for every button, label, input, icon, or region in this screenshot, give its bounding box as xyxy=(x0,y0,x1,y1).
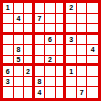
cell-r8c2[interactable] xyxy=(14,77,25,88)
cell-r5c2: 8 xyxy=(14,45,25,56)
cell-r4c6[interactable] xyxy=(56,35,67,46)
cell-r9c3[interactable] xyxy=(24,87,35,98)
cell-r6c9[interactable] xyxy=(87,56,98,67)
cell-r2c5[interactable] xyxy=(45,14,56,25)
cell-r9c9[interactable] xyxy=(87,87,98,98)
cell-r2c7[interactable] xyxy=(66,14,77,25)
cell-r4c1[interactable] xyxy=(3,35,14,46)
cell-r8c1: 3 xyxy=(3,77,14,88)
cell-r9c2[interactable] xyxy=(14,87,25,98)
cell-r2c9[interactable] xyxy=(87,14,98,25)
cell-r2c2: 4 xyxy=(14,14,25,25)
cell-r7c2[interactable] xyxy=(14,66,25,77)
cell-r5c9: 4 xyxy=(87,45,98,56)
cell-r5c6[interactable] xyxy=(56,45,67,56)
cell-r4c3[interactable] xyxy=(24,35,35,46)
cell-r1c5[interactable] xyxy=(45,3,56,14)
cell-r8c8[interactable] xyxy=(77,77,88,88)
cell-r5c3[interactable] xyxy=(24,45,35,56)
cell-r4c8[interactable] xyxy=(77,35,88,46)
cell-r9c8: 7 xyxy=(77,87,88,98)
cell-r6c7[interactable] xyxy=(66,56,77,67)
cell-r5c1[interactable] xyxy=(3,45,14,56)
cell-r4c4[interactable] xyxy=(35,35,46,46)
cell-r5c7[interactable] xyxy=(66,45,77,56)
cell-r7c7: 1 xyxy=(66,66,77,77)
cell-r6c3[interactable] xyxy=(24,56,35,67)
cell-r2c6[interactable] xyxy=(56,14,67,25)
cell-r2c8[interactable] xyxy=(77,14,88,25)
cell-r7c1: 6 xyxy=(3,66,14,77)
cell-r6c8[interactable] xyxy=(77,56,88,67)
cell-r9c6[interactable] xyxy=(56,87,67,98)
cell-r6c6[interactable] xyxy=(56,56,67,67)
cell-r5c8[interactable] xyxy=(77,45,88,56)
cell-r9c5[interactable] xyxy=(45,87,56,98)
cell-r3c6[interactable] xyxy=(56,24,67,35)
cell-r7c9[interactable] xyxy=(87,66,98,77)
cell-r3c7[interactable] xyxy=(66,24,77,35)
cell-r4c2[interactable] xyxy=(14,35,25,46)
cell-r4c7: 3 xyxy=(66,35,77,46)
cell-r5c5[interactable] xyxy=(45,45,56,56)
cell-r3c9[interactable] xyxy=(87,24,98,35)
cell-r3c3[interactable] xyxy=(24,24,35,35)
cell-r8c5[interactable] xyxy=(45,77,56,88)
cell-r9c4: 4 xyxy=(35,87,46,98)
cell-r7c4[interactable] xyxy=(35,66,46,77)
cell-r7c5[interactable] xyxy=(45,66,56,77)
cell-r8c7[interactable] xyxy=(66,77,77,88)
cell-r1c3[interactable] xyxy=(24,3,35,14)
cell-r9c1[interactable] xyxy=(3,87,14,98)
cell-r2c4: 7 xyxy=(35,14,46,25)
cell-r2c1[interactable] xyxy=(3,14,14,25)
cell-r3c2[interactable] xyxy=(14,24,25,35)
cell-r8c6[interactable] xyxy=(56,77,67,88)
cell-r3c4[interactable] xyxy=(35,24,46,35)
cell-r7c8[interactable] xyxy=(77,66,88,77)
cell-r8c3[interactable] xyxy=(24,77,35,88)
cell-r3c8[interactable] xyxy=(77,24,88,35)
cell-r1c7: 2 xyxy=(66,3,77,14)
cell-r1c2[interactable] xyxy=(14,3,25,14)
cell-r1c9[interactable] xyxy=(87,3,98,14)
cell-r4c5: 6 xyxy=(45,35,56,46)
cell-r9c7[interactable] xyxy=(66,87,77,98)
sudoku-board: 12476384526213847 xyxy=(0,0,101,101)
cell-r3c5[interactable] xyxy=(45,24,56,35)
cell-r6c4[interactable] xyxy=(35,56,46,67)
cell-r6c1[interactable] xyxy=(3,56,14,67)
cell-r8c9[interactable] xyxy=(87,77,98,88)
cell-r1c8[interactable] xyxy=(77,3,88,14)
cell-r3c1[interactable] xyxy=(3,24,14,35)
cell-r2c3[interactable] xyxy=(24,14,35,25)
cell-r4c9[interactable] xyxy=(87,35,98,46)
cell-r1c6[interactable] xyxy=(56,3,67,14)
cell-r1c1: 1 xyxy=(3,3,14,14)
cell-r7c3: 2 xyxy=(24,66,35,77)
cell-r8c4: 8 xyxy=(35,77,46,88)
cell-r6c5: 2 xyxy=(45,56,56,67)
cell-r7c6[interactable] xyxy=(56,66,67,77)
cell-r1c4[interactable] xyxy=(35,3,46,14)
cell-r5c4[interactable] xyxy=(35,45,46,56)
cell-r6c2: 5 xyxy=(14,56,25,67)
